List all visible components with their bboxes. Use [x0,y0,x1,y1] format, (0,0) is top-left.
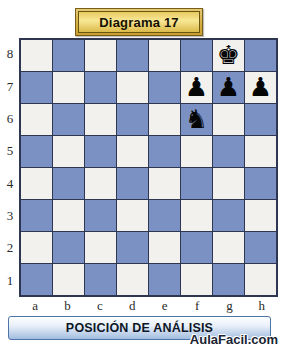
square-c3 [85,200,116,231]
square-c1 [85,264,116,295]
rank-labels: 8 7 6 5 4 3 2 1 [2,38,18,297]
square-f7: ♟ [181,72,212,103]
square-g2 [213,232,244,263]
rank-label-4: 4 [2,168,18,200]
square-c4 [85,168,116,199]
rank-label-6: 6 [2,103,18,135]
square-h4 [245,168,276,199]
square-b2 [53,232,84,263]
rank-label-3: 3 [2,200,18,232]
square-f5 [181,136,212,167]
file-label-g: g [213,297,245,315]
square-f1 [181,264,212,295]
file-label-h: h [246,297,278,315]
square-g1 [213,264,244,295]
square-h3 [245,200,276,231]
black-pawn-icon: ♟ [249,74,272,100]
black-knight-icon: ♞ [185,106,208,132]
square-c2 [85,232,116,263]
square-b7 [53,72,84,103]
square-d6 [117,104,148,135]
square-d8 [117,40,148,71]
chessboard-frame: ♚♟♟♟♞ [19,38,278,297]
square-g8: ♚ [213,40,244,71]
square-b4 [53,168,84,199]
file-label-a: a [19,297,51,315]
black-king-icon: ♚ [217,42,240,68]
square-f3 [181,200,212,231]
chess-diagram-page: Diagrama 17 8 7 6 5 4 3 2 1 ♚♟♟♟♞ a b c … [0,0,281,349]
rank-label-7: 7 [2,70,18,102]
square-e1 [149,264,180,295]
square-a4 [21,168,52,199]
square-a8 [21,40,52,71]
square-c8 [85,40,116,71]
square-f8 [181,40,212,71]
square-d1 [117,264,148,295]
rank-label-8: 8 [2,38,18,70]
square-b5 [53,136,84,167]
square-b8 [53,40,84,71]
square-h2 [245,232,276,263]
square-d4 [117,168,148,199]
square-e6 [149,104,180,135]
rank-label-1: 1 [2,265,18,297]
square-f6: ♞ [181,104,212,135]
chessboard: ♚♟♟♟♞ [21,40,276,295]
square-a3 [21,200,52,231]
square-e4 [149,168,180,199]
square-e7 [149,72,180,103]
square-g4 [213,168,244,199]
square-b3 [53,200,84,231]
rank-label-2: 2 [2,232,18,264]
square-e5 [149,136,180,167]
file-label-d: d [116,297,148,315]
square-b1 [53,264,84,295]
square-g5 [213,136,244,167]
file-label-e: e [149,297,181,315]
square-g7: ♟ [213,72,244,103]
square-e8 [149,40,180,71]
file-label-b: b [51,297,83,315]
square-c5 [85,136,116,167]
black-pawn-icon: ♟ [217,74,240,100]
square-e3 [149,200,180,231]
square-h1 [245,264,276,295]
square-g3 [213,200,244,231]
square-a5 [21,136,52,167]
square-a1 [21,264,52,295]
file-label-c: c [84,297,116,315]
square-f4 [181,168,212,199]
square-d7 [117,72,148,103]
square-a2 [21,232,52,263]
square-f2 [181,232,212,263]
square-a6 [21,104,52,135]
square-c6 [85,104,116,135]
square-d3 [117,200,148,231]
file-labels: a b c d e f g h [19,297,278,315]
square-g6 [213,104,244,135]
square-e2 [149,232,180,263]
square-h8 [245,40,276,71]
square-d2 [117,232,148,263]
file-label-f: f [181,297,213,315]
black-pawn-icon: ♟ [185,74,208,100]
rank-label-5: 5 [2,135,18,167]
square-b6 [53,104,84,135]
square-a7 [21,72,52,103]
square-h6 [245,104,276,135]
diagram-title-plaque: Diagrama 17 [75,8,203,36]
watermark-text: AulaFacil.com [190,332,278,347]
square-h5 [245,136,276,167]
square-c7 [85,72,116,103]
diagram-title: Diagrama 17 [78,11,200,33]
square-h7: ♟ [245,72,276,103]
square-d5 [117,136,148,167]
